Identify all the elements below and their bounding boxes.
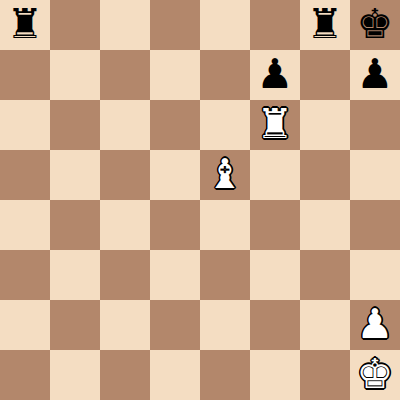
square-b6[interactable] <box>50 100 100 150</box>
square-c5[interactable] <box>100 150 150 200</box>
square-g6[interactable] <box>300 100 350 150</box>
square-a1[interactable] <box>0 350 50 400</box>
chess-board: ♜♜♚♟♟♜♝♟♚ <box>0 0 400 400</box>
square-e1[interactable] <box>200 350 250 400</box>
square-c7[interactable] <box>100 50 150 100</box>
black-pawn-piece[interactable]: ♟ <box>257 49 294 99</box>
square-h7[interactable]: ♟ <box>350 50 400 100</box>
black-rook-piece[interactable]: ♜ <box>307 0 344 49</box>
white-pawn-piece[interactable]: ♟ <box>357 299 394 349</box>
square-e3[interactable] <box>200 250 250 300</box>
square-e8[interactable] <box>200 0 250 50</box>
square-e2[interactable] <box>200 300 250 350</box>
square-h4[interactable] <box>350 200 400 250</box>
square-a2[interactable] <box>0 300 50 350</box>
square-b1[interactable] <box>50 350 100 400</box>
square-b4[interactable] <box>50 200 100 250</box>
square-d3[interactable] <box>150 250 200 300</box>
square-c8[interactable] <box>100 0 150 50</box>
square-d6[interactable] <box>150 100 200 150</box>
square-a6[interactable] <box>0 100 50 150</box>
black-king-piece[interactable]: ♚ <box>357 0 394 49</box>
square-g5[interactable] <box>300 150 350 200</box>
square-e4[interactable] <box>200 200 250 250</box>
square-f4[interactable] <box>250 200 300 250</box>
square-h8[interactable]: ♚ <box>350 0 400 50</box>
square-d2[interactable] <box>150 300 200 350</box>
square-h2[interactable]: ♟ <box>350 300 400 350</box>
square-f3[interactable] <box>250 250 300 300</box>
square-h5[interactable] <box>350 150 400 200</box>
black-pawn-piece[interactable]: ♟ <box>357 49 394 99</box>
square-d4[interactable] <box>150 200 200 250</box>
square-d7[interactable] <box>150 50 200 100</box>
square-b7[interactable] <box>50 50 100 100</box>
square-e5[interactable]: ♝ <box>200 150 250 200</box>
black-rook-piece[interactable]: ♜ <box>7 0 44 49</box>
square-g8[interactable]: ♜ <box>300 0 350 50</box>
square-a5[interactable] <box>0 150 50 200</box>
square-g3[interactable] <box>300 250 350 300</box>
square-f5[interactable] <box>250 150 300 200</box>
square-d5[interactable] <box>150 150 200 200</box>
square-b5[interactable] <box>50 150 100 200</box>
square-h3[interactable] <box>350 250 400 300</box>
square-c3[interactable] <box>100 250 150 300</box>
square-f7[interactable]: ♟ <box>250 50 300 100</box>
square-g1[interactable] <box>300 350 350 400</box>
square-c6[interactable] <box>100 100 150 150</box>
white-rook-piece[interactable]: ♜ <box>257 99 294 149</box>
white-bishop-piece[interactable]: ♝ <box>207 149 244 199</box>
white-king-piece[interactable]: ♚ <box>357 349 394 399</box>
square-c1[interactable] <box>100 350 150 400</box>
square-e7[interactable] <box>200 50 250 100</box>
square-a3[interactable] <box>0 250 50 300</box>
square-e6[interactable] <box>200 100 250 150</box>
square-c4[interactable] <box>100 200 150 250</box>
square-d8[interactable] <box>150 0 200 50</box>
square-b2[interactable] <box>50 300 100 350</box>
square-g4[interactable] <box>300 200 350 250</box>
square-h6[interactable] <box>350 100 400 150</box>
square-f8[interactable] <box>250 0 300 50</box>
square-h1[interactable]: ♚ <box>350 350 400 400</box>
square-a7[interactable] <box>0 50 50 100</box>
square-a8[interactable]: ♜ <box>0 0 50 50</box>
square-f6[interactable]: ♜ <box>250 100 300 150</box>
square-f1[interactable] <box>250 350 300 400</box>
square-b8[interactable] <box>50 0 100 50</box>
square-a4[interactable] <box>0 200 50 250</box>
square-f2[interactable] <box>250 300 300 350</box>
square-g2[interactable] <box>300 300 350 350</box>
square-c2[interactable] <box>100 300 150 350</box>
square-b3[interactable] <box>50 250 100 300</box>
square-g7[interactable] <box>300 50 350 100</box>
square-d1[interactable] <box>150 350 200 400</box>
